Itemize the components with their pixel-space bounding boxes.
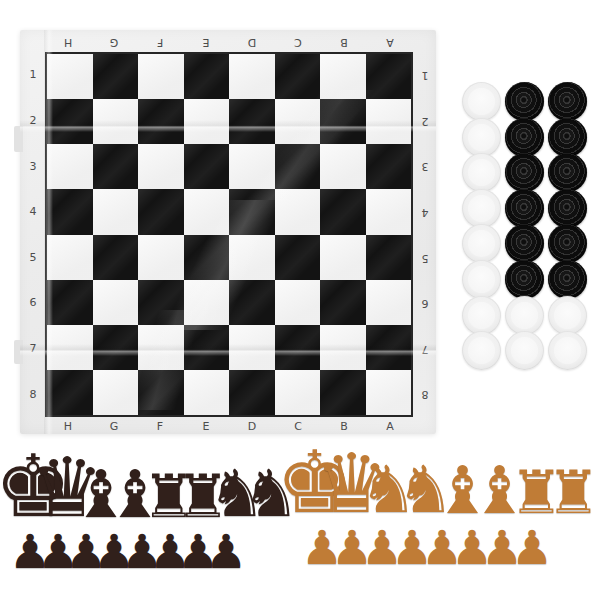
white-checker-piece <box>462 296 501 335</box>
tan-pawn-piece: ♟ <box>517 530 547 567</box>
rank-label: 6 <box>415 280 435 326</box>
rank-label: 3 <box>23 143 43 189</box>
file-label: G <box>91 418 137 436</box>
board-square-h6 <box>47 280 93 325</box>
black-checker-piece <box>548 189 587 228</box>
board-square-c5 <box>275 235 321 280</box>
white-checker-piece <box>462 189 501 228</box>
board-square-g3 <box>93 144 139 189</box>
board-square-c6 <box>275 280 321 325</box>
white-checker-piece <box>462 82 501 121</box>
board-square-b1 <box>320 54 366 99</box>
file-label: F <box>137 33 183 51</box>
board-square-c8 <box>275 370 321 415</box>
board-square-b8 <box>320 370 366 415</box>
board-square-a6 <box>366 280 412 325</box>
file-label: E <box>183 418 229 436</box>
board-square-c3 <box>275 144 321 189</box>
board-square-b2 <box>320 99 366 144</box>
rank-label: 5 <box>415 235 435 281</box>
file-label: F <box>137 418 183 436</box>
file-label: A <box>367 33 413 51</box>
board-square-a2 <box>366 99 412 144</box>
board-square-b3 <box>320 144 366 189</box>
board-square-e1 <box>184 54 230 99</box>
board-square-g1 <box>93 54 139 99</box>
board-square-g2 <box>93 99 139 144</box>
black-checker-piece <box>548 260 587 299</box>
board-square-h4 <box>47 189 93 234</box>
black-checker-piece <box>505 224 544 263</box>
rank-labels-right: 12345678 <box>415 52 435 417</box>
board-square-g4 <box>93 189 139 234</box>
board-square-a4 <box>366 189 412 234</box>
black-checker-piece <box>505 260 544 299</box>
board-square-f7 <box>138 325 184 370</box>
dark-brown-pawn-piece: ♟ <box>212 534 240 571</box>
file-labels-bottom: HGFEDCBA <box>45 418 413 436</box>
board-square-e7 <box>184 325 230 370</box>
black-checker-piece <box>548 82 587 121</box>
white-checker-piece <box>462 331 501 370</box>
white-checker-piece <box>462 224 501 263</box>
board-square-f3 <box>138 144 184 189</box>
vinyl-board-sheet: HGFEDCBA HGFEDCBA 12345678 12345678 <box>20 30 436 434</box>
board-square-c7 <box>275 325 321 370</box>
board-square-d7 <box>229 325 275 370</box>
board-square-d6 <box>229 280 275 325</box>
board-square-d2 <box>229 99 275 144</box>
product-photo: HGFEDCBA HGFEDCBA 12345678 12345678 ♚♛♝♝… <box>0 0 600 600</box>
sheet-fold-tab <box>14 340 23 364</box>
board-square-d1 <box>229 54 275 99</box>
board-square-a3 <box>366 144 412 189</box>
rank-label: 8 <box>415 371 435 417</box>
board-square-e2 <box>184 99 230 144</box>
rank-labels-left: 12345678 <box>23 52 43 417</box>
white-checker-piece <box>462 153 501 192</box>
board-square-b7 <box>320 325 366 370</box>
board-square-h1 <box>47 54 93 99</box>
board-square-b5 <box>320 235 366 280</box>
board-square-e8 <box>184 370 230 415</box>
board-square-h5 <box>47 235 93 280</box>
board-square-a8 <box>366 370 412 415</box>
rank-label: 4 <box>415 189 435 235</box>
board-square-e3 <box>184 144 230 189</box>
board-square-h2 <box>47 99 93 144</box>
black-checker-piece <box>505 118 544 157</box>
board-square-a1 <box>366 54 412 99</box>
board-square-b4 <box>320 189 366 234</box>
rank-label: 8 <box>23 371 43 417</box>
board-square-h3 <box>47 144 93 189</box>
black-checker-piece <box>505 189 544 228</box>
dark-chess-piece-set: ♚♛♝♝♜♜♞♞ ♟♟♟♟♟♟♟♟ <box>16 442 288 571</box>
board-square-d5 <box>229 235 275 280</box>
board-square-e4 <box>184 189 230 234</box>
black-checker-piece <box>548 118 587 157</box>
board-square-e5 <box>184 235 230 280</box>
checkers-pieces-tray <box>462 83 591 368</box>
board-square-g7 <box>93 325 139 370</box>
board-square-f6 <box>138 280 184 325</box>
file-label: B <box>321 33 367 51</box>
file-label: A <box>367 418 413 436</box>
file-label: C <box>275 33 321 51</box>
rank-label: 2 <box>23 98 43 144</box>
rank-label: 6 <box>23 280 43 326</box>
file-labels-top: HGFEDCBA <box>45 33 413 51</box>
white-checker-piece <box>462 260 501 299</box>
file-label: E <box>183 33 229 51</box>
board-square-b6 <box>320 280 366 325</box>
board-square-c1 <box>275 54 321 99</box>
dark-back-row: ♚♛♝♝♜♜♞♞ <box>16 442 288 520</box>
board-square-h7 <box>47 325 93 370</box>
board-square-f4 <box>138 189 184 234</box>
board-square-f2 <box>138 99 184 144</box>
white-checker-piece <box>462 118 501 157</box>
board-square-e6 <box>184 280 230 325</box>
rank-label: 1 <box>415 52 435 98</box>
rank-label: 5 <box>23 235 43 281</box>
board-square-g8 <box>93 370 139 415</box>
board-square-g6 <box>93 280 139 325</box>
file-label: D <box>229 418 275 436</box>
board-square-c2 <box>275 99 321 144</box>
board-square-f8 <box>138 370 184 415</box>
file-label: H <box>45 418 91 436</box>
black-checker-piece <box>505 153 544 192</box>
black-checker-piece <box>505 82 544 121</box>
black-checker-piece <box>548 153 587 192</box>
file-label: H <box>45 33 91 51</box>
rank-label: 1 <box>23 52 43 98</box>
tan-rook-piece: ♜ <box>555 469 592 516</box>
rank-label: 4 <box>23 189 43 235</box>
tan-pawn-row: ♟♟♟♟♟♟♟♟ <box>296 517 592 567</box>
file-label: D <box>229 33 275 51</box>
board-square-c4 <box>275 189 321 234</box>
white-checker-piece <box>548 331 587 370</box>
board-square-d3 <box>229 144 275 189</box>
black-checker-piece <box>548 224 587 263</box>
board-square-a7 <box>366 325 412 370</box>
tan-back-row: ♚♛♞♞♝♝♜♜ <box>296 438 592 516</box>
sheet-fold-tab <box>14 126 23 152</box>
white-checker-piece <box>505 296 544 335</box>
board-square-d4 <box>229 189 275 234</box>
file-label: G <box>91 33 137 51</box>
board-square-a5 <box>366 235 412 280</box>
white-checker-piece <box>548 296 587 335</box>
tan-chess-piece-set: ♚♛♞♞♝♝♜♜ ♟♟♟♟♟♟♟♟ <box>296 438 592 567</box>
rank-label: 7 <box>415 326 435 372</box>
board-square-d8 <box>229 370 275 415</box>
chessboard-grid <box>45 52 413 417</box>
board-square-g5 <box>93 235 139 280</box>
rank-label: 3 <box>415 143 435 189</box>
rank-label: 2 <box>415 98 435 144</box>
board-square-h8 <box>47 370 93 415</box>
board-square-f5 <box>138 235 184 280</box>
white-checker-piece <box>505 331 544 370</box>
board-square-f1 <box>138 54 184 99</box>
rank-label: 7 <box>23 326 43 372</box>
